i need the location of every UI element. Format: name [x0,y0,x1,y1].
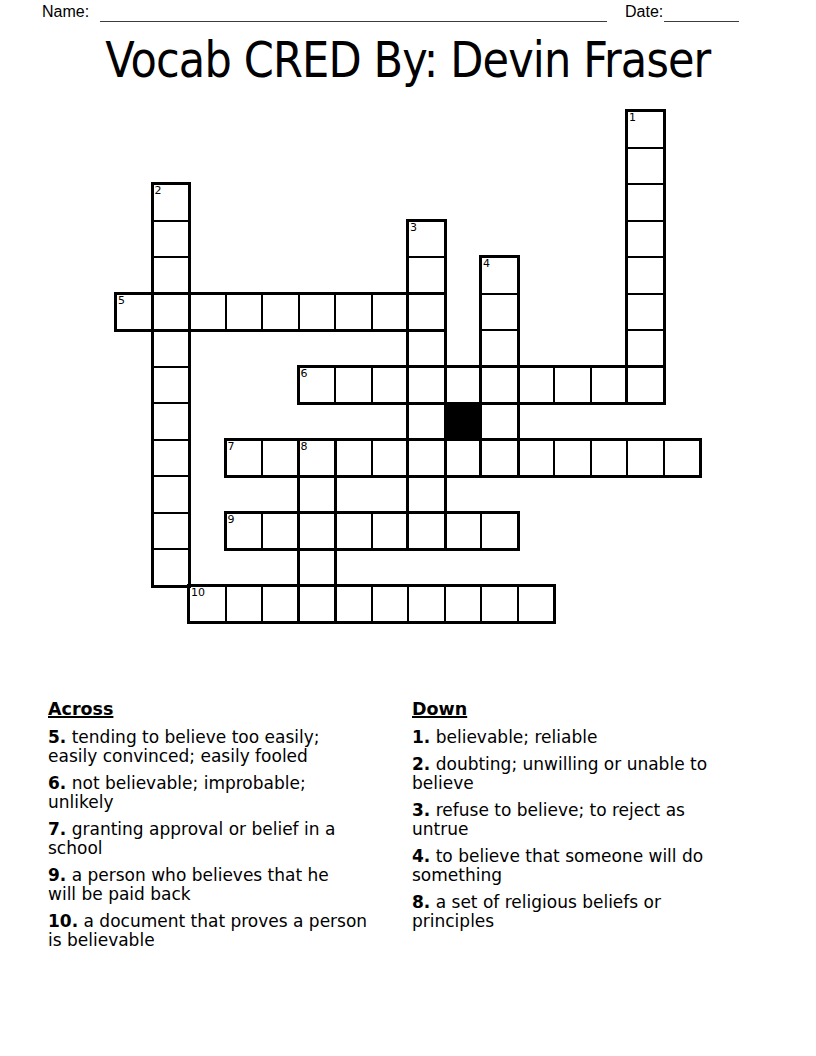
grid-cell[interactable] [480,402,519,441]
clue-10: 10. a document that proves a personis be… [48,912,410,950]
grid-cell[interactable] [407,329,446,368]
grid-cell[interactable] [152,256,191,295]
grid-cell[interactable] [152,402,191,441]
grid-cell[interactable] [444,512,483,551]
grid-cell[interactable] [298,475,337,514]
grid-cell[interactable] [444,585,483,624]
grid-cell[interactable] [334,293,373,332]
name-label: Name: [42,3,89,21]
grid-cell[interactable] [334,512,373,551]
grid-cell[interactable] [626,293,665,332]
grid-cell[interactable] [188,293,227,332]
grid-cell[interactable] [261,585,300,624]
grid-cell[interactable] [334,585,373,624]
clue-6: 6. not believable; improbable;unlikely [48,774,410,812]
grid-cell[interactable] [626,329,665,368]
clue-7: 7. granting approval or belief in aschoo… [48,820,410,858]
title-wrap: Vocab CRED By: Devin Fraser [0,33,816,89]
grid-cell[interactable] [152,512,191,551]
grid-cell[interactable] [407,402,446,441]
date-label: Date: [625,3,663,21]
grid-cell[interactable] [590,439,629,478]
grid-cell[interactable] [407,512,446,551]
grid-cell[interactable] [225,585,264,624]
clue-9: 9. a person who believes that hewill be … [48,866,410,904]
clue-number-label: 1. [412,727,430,747]
grid-cell[interactable] [152,548,191,587]
grid-cell[interactable] [407,475,446,514]
grid-cell[interactable] [225,293,264,332]
grid-cell[interactable] [626,220,665,259]
clue-number-label: 8. [412,892,430,912]
grid-cell[interactable] [663,439,702,478]
grid-cell[interactable] [407,256,446,295]
grid-cell[interactable] [407,585,446,624]
grid-cell[interactable] [152,439,191,478]
clue-number-label: 3. [412,800,430,820]
clue-8: 8. a set of religious beliefs orprincipl… [412,893,774,931]
clue-number-label: 6. [48,773,66,793]
clue-number-label: 7. [48,819,66,839]
grid-cell[interactable] [115,293,154,332]
down-clues-header: Down [412,699,774,720]
grid-cell[interactable] [480,256,519,295]
clue-number-label: 10. [48,911,78,931]
grid-cell[interactable] [590,366,629,405]
grid-cell[interactable] [517,585,556,624]
down-clues-list: 1. believable; reliable2. doubting; unwi… [412,728,774,931]
grid-cell[interactable] [553,439,592,478]
down-clues-section: Down 1. believable; reliable2. doubting;… [412,699,774,931]
clue-3: 3. refuse to believe; to reject asuntrue [412,801,774,839]
grid-cell[interactable] [371,293,410,332]
crossword-grid: 12345678910 [115,110,703,625]
grid-cell[interactable] [152,475,191,514]
grid-cell[interactable] [152,366,191,405]
grid-cell[interactable] [626,110,665,149]
grid-cell[interactable] [298,585,337,624]
grid-cell[interactable] [517,439,556,478]
grid-cell[interactable] [480,329,519,368]
grid-cell[interactable] [261,293,300,332]
grid-cell[interactable] [298,548,337,587]
grid-cell[interactable] [407,439,446,478]
clue-1: 1. believable; reliable [412,728,774,747]
grid-cell[interactable] [444,366,483,405]
grid-cell[interactable] [626,366,665,405]
name-blank-line [100,21,607,22]
grid-cell[interactable] [188,585,227,624]
clue-number-label: 9. [48,865,66,885]
date-blank-line [664,21,739,22]
grid-cell[interactable] [371,512,410,551]
grid-cell[interactable] [298,512,337,551]
clue-5: 5. tending to believe too easily;easily … [48,728,410,766]
crossword-worksheet-page: { "game": "crossword", "header": { "name… [0,0,816,1056]
grid-cell[interactable] [261,512,300,551]
grid-cell[interactable] [480,585,519,624]
clue-number-label: 5. [48,727,66,747]
grid-cell[interactable] [298,366,337,405]
grid-cell[interactable] [225,512,264,551]
grid-cell[interactable] [298,293,337,332]
grid-cell[interactable] [480,512,519,551]
grid-cell[interactable] [480,366,519,405]
across-clues-section: Across 5. tending to believe too easily;… [48,699,410,950]
grid-cell[interactable] [371,585,410,624]
clue-number-label: 2. [412,754,430,774]
clue-number-label: 4. [412,846,430,866]
grid-cell[interactable] [553,366,592,405]
across-clues-list: 5. tending to believe too easily;easily … [48,728,410,950]
grid-cell[interactable] [152,183,191,222]
grid-cell[interactable] [334,439,373,478]
grid-cell[interactable] [152,220,191,259]
block-cell [444,402,483,441]
clue-4: 4. to believe that someone will dosometh… [412,847,774,885]
grid-cell[interactable] [298,439,337,478]
grid-cell[interactable] [480,293,519,332]
page-title: Vocab CRED By: Devin Fraser [105,33,710,89]
across-clues-header: Across [48,699,410,720]
grid-cell[interactable] [407,293,446,332]
grid-cell[interactable] [407,366,446,405]
grid-cell[interactable] [407,220,446,259]
grid-cell[interactable] [371,439,410,478]
grid-cell[interactable] [626,183,665,222]
grid-cell[interactable] [152,329,191,368]
grid-cell[interactable] [334,366,373,405]
grid-cell[interactable] [626,147,665,186]
grid-cell[interactable] [225,439,264,478]
clue-2: 2. doubting; unwilling or unable tobelie… [412,755,774,793]
grid-cell[interactable] [444,439,483,478]
grid-cell[interactable] [261,439,300,478]
grid-cell[interactable] [626,439,665,478]
grid-cell[interactable] [371,366,410,405]
grid-cell[interactable] [626,256,665,295]
grid-cell[interactable] [517,366,556,405]
grid-cell[interactable] [480,439,519,478]
grid-cell[interactable] [152,293,191,332]
